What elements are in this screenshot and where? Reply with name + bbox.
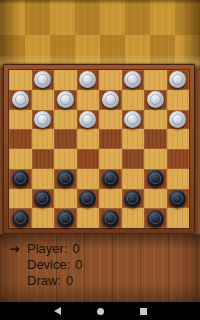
square-a7[interactable] (9, 90, 32, 110)
white-piece[interactable] (124, 111, 141, 128)
square-e3[interactable] (99, 169, 122, 189)
square-f5 (122, 129, 145, 149)
square-b3 (32, 169, 55, 189)
square-a6 (9, 110, 32, 130)
black-piece[interactable] (79, 190, 96, 207)
square-e4 (99, 149, 122, 169)
square-b6[interactable] (32, 110, 55, 130)
square-c7[interactable] (54, 90, 77, 110)
white-piece[interactable] (79, 71, 96, 88)
square-c8 (54, 70, 77, 90)
white-piece[interactable] (102, 91, 119, 108)
square-g8 (144, 70, 167, 90)
square-b5 (32, 129, 55, 149)
black-piece[interactable] (124, 190, 141, 207)
square-g3[interactable] (144, 169, 167, 189)
score-row-player: ➔ Player: 0 (10, 241, 83, 257)
square-h6[interactable] (167, 110, 190, 130)
square-h7 (167, 90, 190, 110)
black-piece[interactable] (169, 190, 186, 207)
square-d2[interactable] (77, 189, 100, 209)
device-score-label: Device: (27, 257, 70, 273)
square-e8 (99, 70, 122, 90)
home-icon[interactable] (97, 308, 104, 315)
square-d7 (77, 90, 100, 110)
square-g2 (144, 189, 167, 209)
square-e7[interactable] (99, 90, 122, 110)
back-icon[interactable] (54, 307, 61, 315)
square-a4 (9, 149, 32, 169)
black-piece[interactable] (102, 170, 119, 187)
square-f8[interactable] (122, 70, 145, 90)
scoreboard: ➔ Player: 0 Device: 0 Draw: 0 (10, 241, 83, 289)
white-piece[interactable] (169, 71, 186, 88)
square-c4 (54, 149, 77, 169)
white-piece[interactable] (79, 111, 96, 128)
square-h8[interactable] (167, 70, 190, 90)
square-a2 (9, 189, 32, 209)
square-e6 (99, 110, 122, 130)
white-piece[interactable] (34, 111, 51, 128)
black-piece[interactable] (57, 170, 74, 187)
black-piece[interactable] (12, 170, 29, 187)
white-piece[interactable] (169, 111, 186, 128)
square-c6 (54, 110, 77, 130)
square-c1[interactable] (54, 208, 77, 228)
square-d8[interactable] (77, 70, 100, 90)
square-b8[interactable] (32, 70, 55, 90)
square-g4 (144, 149, 167, 169)
square-b4[interactable] (32, 149, 55, 169)
recents-icon[interactable] (140, 308, 147, 315)
square-c3[interactable] (54, 169, 77, 189)
square-h3 (167, 169, 190, 189)
square-f3 (122, 169, 145, 189)
square-h4[interactable] (167, 149, 190, 169)
square-d1 (77, 208, 100, 228)
table-background (0, 0, 200, 70)
square-f7 (122, 90, 145, 110)
square-d4[interactable] (77, 149, 100, 169)
square-a8 (9, 70, 32, 90)
black-piece[interactable] (147, 210, 164, 227)
square-d6[interactable] (77, 110, 100, 130)
white-piece[interactable] (34, 71, 51, 88)
square-e5[interactable] (99, 129, 122, 149)
black-piece[interactable] (57, 210, 74, 227)
white-piece[interactable] (57, 91, 74, 108)
android-navbar (0, 302, 200, 320)
black-piece[interactable] (102, 210, 119, 227)
square-f4[interactable] (122, 149, 145, 169)
square-c2 (54, 189, 77, 209)
square-b7 (32, 90, 55, 110)
board-grid (8, 69, 190, 229)
square-a5[interactable] (9, 129, 32, 149)
player-score-value: 0 (72, 241, 79, 257)
white-piece[interactable] (147, 91, 164, 108)
square-h5 (167, 129, 190, 149)
score-row-device: Device: 0 (10, 257, 83, 273)
draw-score-label: Draw: (27, 273, 61, 289)
square-h2[interactable] (167, 189, 190, 209)
score-row-draw: Draw: 0 (10, 273, 83, 289)
square-e1[interactable] (99, 208, 122, 228)
square-h1 (167, 208, 190, 228)
square-g7[interactable] (144, 90, 167, 110)
white-piece[interactable] (12, 91, 29, 108)
square-c5[interactable] (54, 129, 77, 149)
draw-score-value: 0 (66, 273, 73, 289)
square-f1 (122, 208, 145, 228)
square-f6[interactable] (122, 110, 145, 130)
checkers-board (3, 64, 195, 234)
device-score-value: 0 (75, 257, 82, 273)
player-score-label: Player: (27, 241, 67, 257)
black-piece[interactable] (147, 170, 164, 187)
square-f2[interactable] (122, 189, 145, 209)
black-piece[interactable] (12, 210, 29, 227)
square-g6 (144, 110, 167, 130)
square-d5 (77, 129, 100, 149)
square-g1[interactable] (144, 208, 167, 228)
square-b1 (32, 208, 55, 228)
square-e2 (99, 189, 122, 209)
square-a3[interactable] (9, 169, 32, 189)
turn-indicator-arrow: ➔ (10, 241, 27, 257)
black-piece[interactable] (34, 190, 51, 207)
square-d3 (77, 169, 100, 189)
white-piece[interactable] (124, 71, 141, 88)
square-g5[interactable] (144, 129, 167, 149)
square-b2[interactable] (32, 189, 55, 209)
square-a1[interactable] (9, 208, 32, 228)
app-screen: ➔ Player: 0 Device: 0 Draw: 0 (0, 0, 200, 320)
